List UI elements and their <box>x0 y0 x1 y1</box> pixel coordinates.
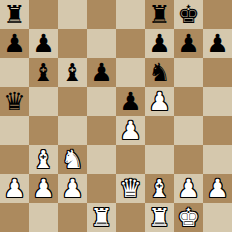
square-c2[interactable]: ♟ <box>58 174 87 203</box>
square-h8[interactable] <box>203 0 232 29</box>
white-king-icon[interactable]: ♚ <box>177 203 199 232</box>
square-g2[interactable]: ♟ <box>174 174 203 203</box>
square-d5[interactable] <box>87 87 116 116</box>
square-b7[interactable]: ♟ <box>29 29 58 58</box>
white-knight-icon[interactable]: ♞ <box>61 145 83 174</box>
square-f8[interactable]: ♜ <box>145 0 174 29</box>
square-g1[interactable]: ♚ <box>174 203 203 232</box>
square-a8[interactable]: ♜ <box>0 0 29 29</box>
square-b4[interactable] <box>29 116 58 145</box>
square-a7[interactable]: ♟ <box>0 29 29 58</box>
square-d6[interactable]: ♟ <box>87 58 116 87</box>
square-e7[interactable] <box>116 29 145 58</box>
white-pawn-icon[interactable]: ♟ <box>61 174 83 203</box>
square-g4[interactable] <box>174 116 203 145</box>
square-g6[interactable] <box>174 58 203 87</box>
square-f1[interactable]: ♜ <box>145 203 174 232</box>
square-b8[interactable] <box>29 0 58 29</box>
square-c4[interactable] <box>58 116 87 145</box>
white-pawn-icon[interactable]: ♟ <box>32 174 54 203</box>
square-g7[interactable]: ♟ <box>174 29 203 58</box>
square-f4[interactable] <box>145 116 174 145</box>
square-h7[interactable]: ♟ <box>203 29 232 58</box>
square-c5[interactable] <box>58 87 87 116</box>
white-pawn-icon[interactable]: ♟ <box>206 174 228 203</box>
square-b2[interactable]: ♟ <box>29 174 58 203</box>
black-pawn-icon[interactable]: ♟ <box>32 29 54 58</box>
square-h3[interactable] <box>203 145 232 174</box>
black-pawn-icon[interactable]: ♟ <box>177 29 199 58</box>
square-e6[interactable] <box>116 58 145 87</box>
white-pawn-icon[interactable]: ♟ <box>177 174 199 203</box>
square-b5[interactable] <box>29 87 58 116</box>
square-e5[interactable]: ♟ <box>116 87 145 116</box>
black-knight-icon[interactable]: ♞ <box>148 58 170 87</box>
black-rook-icon[interactable]: ♜ <box>3 0 25 29</box>
square-h1[interactable] <box>203 203 232 232</box>
white-bishop-icon[interactable]: ♝ <box>148 174 170 203</box>
square-e2[interactable]: ♛ <box>116 174 145 203</box>
square-g5[interactable] <box>174 87 203 116</box>
square-g3[interactable] <box>174 145 203 174</box>
white-pawn-icon[interactable]: ♟ <box>119 116 141 145</box>
square-h4[interactable] <box>203 116 232 145</box>
square-d7[interactable] <box>87 29 116 58</box>
square-d8[interactable] <box>87 0 116 29</box>
square-e3[interactable] <box>116 145 145 174</box>
square-c6[interactable]: ♝ <box>58 58 87 87</box>
white-rook-icon[interactable]: ♜ <box>148 203 170 232</box>
black-bishop-icon[interactable]: ♝ <box>61 58 83 87</box>
black-pawn-icon[interactable]: ♟ <box>119 87 141 116</box>
square-e8[interactable] <box>116 0 145 29</box>
square-e4[interactable]: ♟ <box>116 116 145 145</box>
white-pawn-icon[interactable]: ♟ <box>148 87 170 116</box>
square-f3[interactable] <box>145 145 174 174</box>
black-bishop-icon[interactable]: ♝ <box>32 58 54 87</box>
square-c7[interactable] <box>58 29 87 58</box>
white-queen-icon[interactable]: ♛ <box>119 174 141 203</box>
square-a5[interactable]: ♛ <box>0 87 29 116</box>
square-b6[interactable]: ♝ <box>29 58 58 87</box>
square-e1[interactable] <box>116 203 145 232</box>
square-b3[interactable]: ♝ <box>29 145 58 174</box>
square-a4[interactable] <box>0 116 29 145</box>
black-pawn-icon[interactable]: ♟ <box>3 29 25 58</box>
square-b1[interactable] <box>29 203 58 232</box>
square-d1[interactable]: ♜ <box>87 203 116 232</box>
square-a2[interactable]: ♟ <box>0 174 29 203</box>
square-a1[interactable] <box>0 203 29 232</box>
square-h6[interactable] <box>203 58 232 87</box>
black-pawn-icon[interactable]: ♟ <box>148 29 170 58</box>
square-c8[interactable] <box>58 0 87 29</box>
black-queen-icon[interactable]: ♛ <box>3 87 25 116</box>
square-h2[interactable]: ♟ <box>203 174 232 203</box>
square-h5[interactable] <box>203 87 232 116</box>
black-pawn-icon[interactable]: ♟ <box>206 29 228 58</box>
white-rook-icon[interactable]: ♜ <box>90 203 112 232</box>
black-king-icon[interactable]: ♚ <box>177 0 199 29</box>
square-d4[interactable] <box>87 116 116 145</box>
square-a6[interactable] <box>0 58 29 87</box>
square-c1[interactable] <box>58 203 87 232</box>
square-c3[interactable]: ♞ <box>58 145 87 174</box>
black-pawn-icon[interactable]: ♟ <box>90 58 112 87</box>
chess-board: ♜♜♚♟♟♟♟♟♝♝♟♞♛♟♟♟♝♞♟♟♟♛♝♟♟♜♜♚ <box>0 0 232 232</box>
square-d3[interactable] <box>87 145 116 174</box>
square-f2[interactable]: ♝ <box>145 174 174 203</box>
square-f7[interactable]: ♟ <box>145 29 174 58</box>
square-d2[interactable] <box>87 174 116 203</box>
black-rook-icon[interactable]: ♜ <box>148 0 170 29</box>
square-g8[interactable]: ♚ <box>174 0 203 29</box>
square-f5[interactable]: ♟ <box>145 87 174 116</box>
square-f6[interactable]: ♞ <box>145 58 174 87</box>
white-pawn-icon[interactable]: ♟ <box>3 174 25 203</box>
white-bishop-icon[interactable]: ♝ <box>32 145 54 174</box>
square-a3[interactable] <box>0 145 29 174</box>
